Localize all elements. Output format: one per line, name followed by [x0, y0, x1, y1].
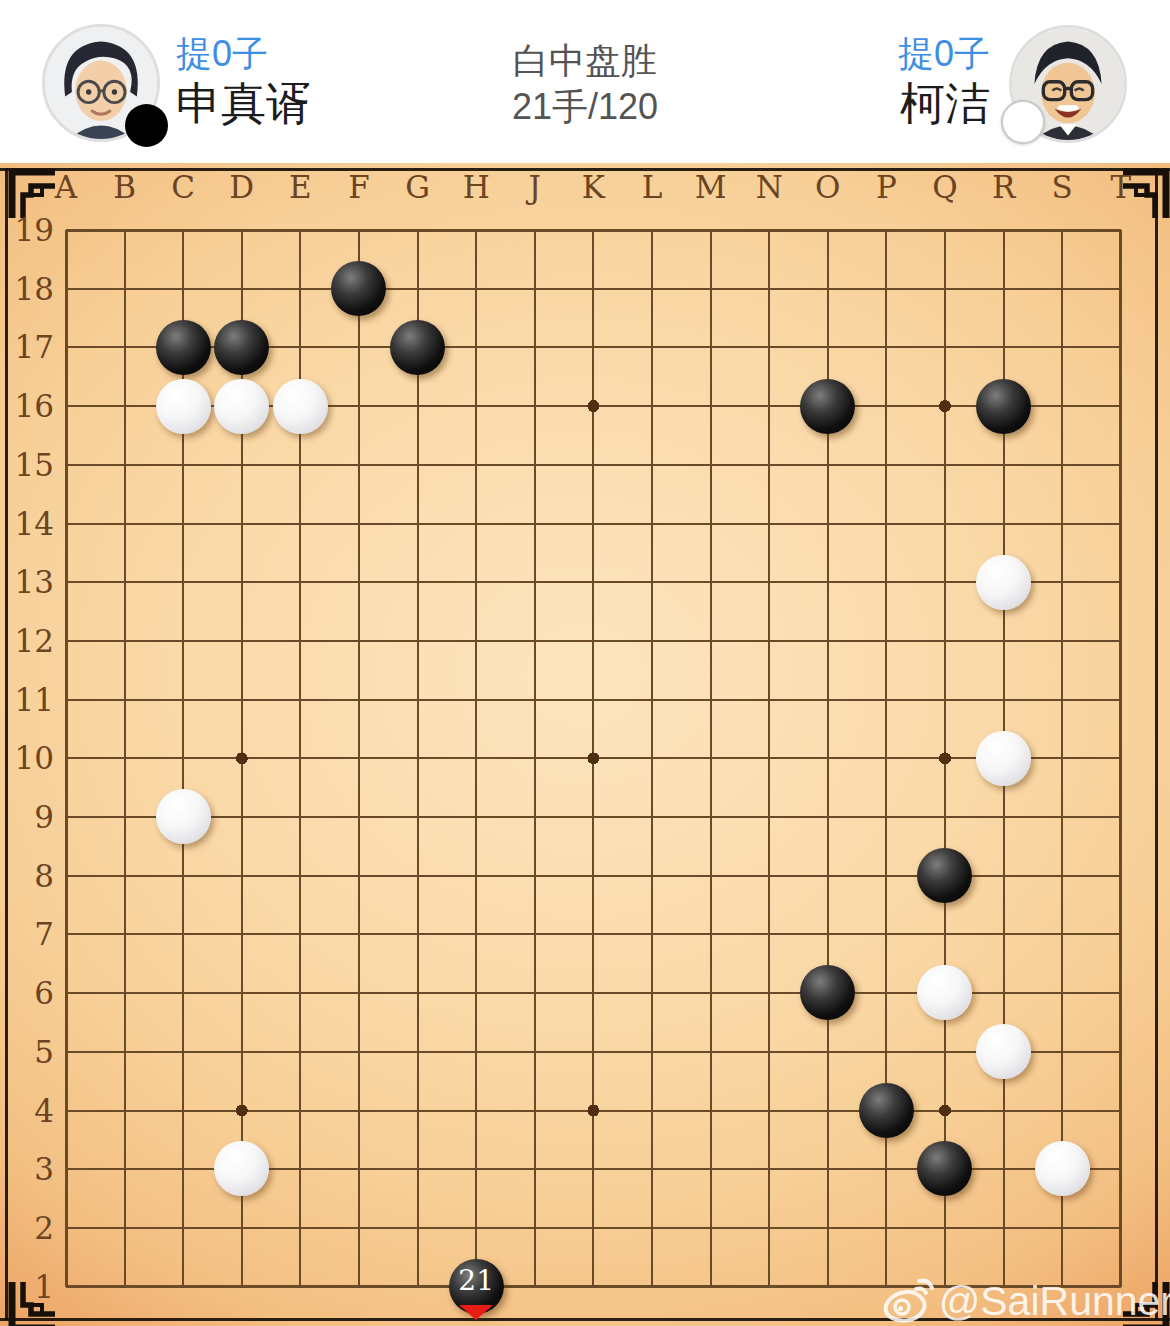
intersection-K17[interactable] — [564, 318, 623, 377]
intersection-G17[interactable] — [388, 318, 447, 377]
intersection-T2[interactable] — [1091, 1198, 1150, 1257]
intersection-H7[interactable] — [447, 905, 506, 964]
intersection-C13[interactable] — [154, 553, 213, 612]
intersection-S7[interactable] — [1033, 905, 1092, 964]
intersection-L11[interactable] — [623, 670, 682, 729]
intersection-R13[interactable] — [974, 553, 1033, 612]
intersection-P10[interactable] — [857, 729, 916, 788]
intersection-F16[interactable] — [330, 377, 389, 436]
intersection-O12[interactable] — [798, 611, 857, 670]
intersection-M13[interactable] — [681, 553, 740, 612]
intersection-K7[interactable] — [564, 905, 623, 964]
intersection-T19[interactable] — [1091, 201, 1150, 260]
intersection-S3[interactable] — [1033, 1140, 1092, 1199]
intersection-S9[interactable] — [1033, 788, 1092, 847]
intersection-F9[interactable] — [330, 788, 389, 847]
intersection-M16[interactable] — [681, 377, 740, 436]
intersection-L9[interactable] — [623, 788, 682, 847]
intersection-B5[interactable] — [95, 1022, 154, 1081]
intersection-L18[interactable] — [623, 259, 682, 318]
intersection-R8[interactable] — [974, 846, 1033, 905]
intersection-D18[interactable] — [212, 259, 271, 318]
intersection-M12[interactable] — [681, 611, 740, 670]
intersection-K1[interactable] — [564, 1257, 623, 1316]
intersection-Q16[interactable] — [916, 377, 975, 436]
intersection-A13[interactable] — [37, 553, 96, 612]
intersection-H6[interactable] — [447, 964, 506, 1023]
intersection-G13[interactable] — [388, 553, 447, 612]
intersection-C18[interactable] — [154, 259, 213, 318]
intersection-A15[interactable] — [37, 435, 96, 494]
intersection-G7[interactable] — [388, 905, 447, 964]
intersection-T16[interactable] — [1091, 377, 1150, 436]
intersection-L8[interactable] — [623, 846, 682, 905]
intersection-J5[interactable] — [505, 1022, 564, 1081]
intersection-Q3[interactable] — [916, 1140, 975, 1199]
intersection-O15[interactable] — [798, 435, 857, 494]
intersection-F5[interactable] — [330, 1022, 389, 1081]
intersection-G1[interactable] — [388, 1257, 447, 1316]
intersection-L5[interactable] — [623, 1022, 682, 1081]
intersection-A4[interactable] — [37, 1081, 96, 1140]
intersection-M11[interactable] — [681, 670, 740, 729]
intersection-L16[interactable] — [623, 377, 682, 436]
intersection-P12[interactable] — [857, 611, 916, 670]
intersection-H12[interactable] — [447, 611, 506, 670]
intersection-L4[interactable] — [623, 1081, 682, 1140]
intersection-J16[interactable] — [505, 377, 564, 436]
intersection-J1[interactable] — [505, 1257, 564, 1316]
intersection-C12[interactable] — [154, 611, 213, 670]
intersection-Q14[interactable] — [916, 494, 975, 553]
intersection-E2[interactable] — [271, 1198, 330, 1257]
intersection-R19[interactable] — [974, 201, 1033, 260]
intersection-O2[interactable] — [798, 1198, 857, 1257]
intersection-G9[interactable] — [388, 788, 447, 847]
intersection-O9[interactable] — [798, 788, 857, 847]
intersection-F15[interactable] — [330, 435, 389, 494]
intersection-C5[interactable] — [154, 1022, 213, 1081]
intersection-G3[interactable] — [388, 1140, 447, 1199]
intersection-Q12[interactable] — [916, 611, 975, 670]
intersection-B11[interactable] — [95, 670, 154, 729]
intersection-M7[interactable] — [681, 905, 740, 964]
intersection-E14[interactable] — [271, 494, 330, 553]
intersection-C9[interactable] — [154, 788, 213, 847]
intersection-B17[interactable] — [95, 318, 154, 377]
intersection-E1[interactable] — [271, 1257, 330, 1316]
intersection-N14[interactable] — [740, 494, 799, 553]
intersection-Q6[interactable] — [916, 964, 975, 1023]
intersection-H14[interactable] — [447, 494, 506, 553]
intersection-J7[interactable] — [505, 905, 564, 964]
intersection-O17[interactable] — [798, 318, 857, 377]
intersection-D15[interactable] — [212, 435, 271, 494]
intersection-D16[interactable] — [212, 377, 271, 436]
intersection-M15[interactable] — [681, 435, 740, 494]
intersection-L7[interactable] — [623, 905, 682, 964]
intersection-N16[interactable] — [740, 377, 799, 436]
intersection-C16[interactable] — [154, 377, 213, 436]
intersection-R18[interactable] — [974, 259, 1033, 318]
intersection-B6[interactable] — [95, 964, 154, 1023]
intersection-B7[interactable] — [95, 905, 154, 964]
intersection-L15[interactable] — [623, 435, 682, 494]
intersection-Q17[interactable] — [916, 318, 975, 377]
intersection-H17[interactable] — [447, 318, 506, 377]
intersection-B19[interactable] — [95, 201, 154, 260]
intersection-J8[interactable] — [505, 846, 564, 905]
intersection-L10[interactable] — [623, 729, 682, 788]
intersection-S18[interactable] — [1033, 259, 1092, 318]
intersection-B18[interactable] — [95, 259, 154, 318]
intersection-F19[interactable] — [330, 201, 389, 260]
intersection-P17[interactable] — [857, 318, 916, 377]
intersection-R14[interactable] — [974, 494, 1033, 553]
intersection-E9[interactable] — [271, 788, 330, 847]
intersection-R16[interactable] — [974, 377, 1033, 436]
intersection-O3[interactable] — [798, 1140, 857, 1199]
intersection-E11[interactable] — [271, 670, 330, 729]
intersection-O16[interactable] — [798, 377, 857, 436]
intersection-M9[interactable] — [681, 788, 740, 847]
intersection-P2[interactable] — [857, 1198, 916, 1257]
intersection-A18[interactable] — [37, 259, 96, 318]
intersection-N3[interactable] — [740, 1140, 799, 1199]
intersection-C15[interactable] — [154, 435, 213, 494]
intersection-N8[interactable] — [740, 846, 799, 905]
intersection-R6[interactable] — [974, 964, 1033, 1023]
intersection-E12[interactable] — [271, 611, 330, 670]
intersection-C3[interactable] — [154, 1140, 213, 1199]
intersection-C1[interactable] — [154, 1257, 213, 1316]
intersection-P7[interactable] — [857, 905, 916, 964]
intersection-E13[interactable] — [271, 553, 330, 612]
intersection-H15[interactable] — [447, 435, 506, 494]
intersection-B13[interactable] — [95, 553, 154, 612]
intersection-O11[interactable] — [798, 670, 857, 729]
intersection-F10[interactable] — [330, 729, 389, 788]
intersection-O6[interactable] — [798, 964, 857, 1023]
intersection-K16[interactable] — [564, 377, 623, 436]
intersection-L1[interactable] — [623, 1257, 682, 1316]
intersection-G2[interactable] — [388, 1198, 447, 1257]
intersection-N13[interactable] — [740, 553, 799, 612]
intersection-T14[interactable] — [1091, 494, 1150, 553]
intersection-A8[interactable] — [37, 846, 96, 905]
intersection-H1[interactable]: 21 — [447, 1257, 506, 1316]
intersection-O13[interactable] — [798, 553, 857, 612]
intersection-N17[interactable] — [740, 318, 799, 377]
intersection-M10[interactable] — [681, 729, 740, 788]
intersection-K18[interactable] — [564, 259, 623, 318]
intersection-R11[interactable] — [974, 670, 1033, 729]
intersection-J13[interactable] — [505, 553, 564, 612]
intersection-A14[interactable] — [37, 494, 96, 553]
intersection-F4[interactable] — [330, 1081, 389, 1140]
intersection-C14[interactable] — [154, 494, 213, 553]
intersection-R10[interactable] — [974, 729, 1033, 788]
intersection-K12[interactable] — [564, 611, 623, 670]
intersection-H13[interactable] — [447, 553, 506, 612]
intersection-R15[interactable] — [974, 435, 1033, 494]
intersection-S10[interactable] — [1033, 729, 1092, 788]
intersection-J3[interactable] — [505, 1140, 564, 1199]
intersection-J14[interactable] — [505, 494, 564, 553]
intersection-L13[interactable] — [623, 553, 682, 612]
intersection-J17[interactable] — [505, 318, 564, 377]
intersection-O18[interactable] — [798, 259, 857, 318]
intersection-O19[interactable] — [798, 201, 857, 260]
intersection-P11[interactable] — [857, 670, 916, 729]
intersection-L12[interactable] — [623, 611, 682, 670]
intersection-Q5[interactable] — [916, 1022, 975, 1081]
intersection-K5[interactable] — [564, 1022, 623, 1081]
intersection-F6[interactable] — [330, 964, 389, 1023]
intersection-E4[interactable] — [271, 1081, 330, 1140]
intersection-G15[interactable] — [388, 435, 447, 494]
intersection-M14[interactable] — [681, 494, 740, 553]
intersection-K6[interactable] — [564, 964, 623, 1023]
intersection-O14[interactable] — [798, 494, 857, 553]
intersection-Q18[interactable] — [916, 259, 975, 318]
intersection-E10[interactable] — [271, 729, 330, 788]
intersection-D2[interactable] — [212, 1198, 271, 1257]
intersection-T9[interactable] — [1091, 788, 1150, 847]
intersection-H3[interactable] — [447, 1140, 506, 1199]
intersection-J18[interactable] — [505, 259, 564, 318]
intersection-K13[interactable] — [564, 553, 623, 612]
intersection-B4[interactable] — [95, 1081, 154, 1140]
intersection-G18[interactable] — [388, 259, 447, 318]
intersection-Q7[interactable] — [916, 905, 975, 964]
intersection-P6[interactable] — [857, 964, 916, 1023]
intersection-J9[interactable] — [505, 788, 564, 847]
intersection-P13[interactable] — [857, 553, 916, 612]
intersection-B9[interactable] — [95, 788, 154, 847]
intersection-Q19[interactable] — [916, 201, 975, 260]
intersection-E6[interactable] — [271, 964, 330, 1023]
intersection-N10[interactable] — [740, 729, 799, 788]
intersection-H11[interactable] — [447, 670, 506, 729]
intersection-O10[interactable] — [798, 729, 857, 788]
intersection-E15[interactable] — [271, 435, 330, 494]
intersection-G5[interactable] — [388, 1022, 447, 1081]
intersection-L2[interactable] — [623, 1198, 682, 1257]
intersection-A5[interactable] — [37, 1022, 96, 1081]
intersection-R5[interactable] — [974, 1022, 1033, 1081]
intersection-T17[interactable] — [1091, 318, 1150, 377]
intersection-B14[interactable] — [95, 494, 154, 553]
intersection-M4[interactable] — [681, 1081, 740, 1140]
intersection-D11[interactable] — [212, 670, 271, 729]
intersection-A6[interactable] — [37, 964, 96, 1023]
intersection-J15[interactable] — [505, 435, 564, 494]
intersection-K4[interactable] — [564, 1081, 623, 1140]
intersection-F8[interactable] — [330, 846, 389, 905]
intersection-O8[interactable] — [798, 846, 857, 905]
intersection-S19[interactable] — [1033, 201, 1092, 260]
intersection-T12[interactable] — [1091, 611, 1150, 670]
intersection-T5[interactable] — [1091, 1022, 1150, 1081]
intersection-B3[interactable] — [95, 1140, 154, 1199]
intersection-S15[interactable] — [1033, 435, 1092, 494]
intersection-G11[interactable] — [388, 670, 447, 729]
intersection-Q4[interactable] — [916, 1081, 975, 1140]
intersection-D8[interactable] — [212, 846, 271, 905]
intersection-M18[interactable] — [681, 259, 740, 318]
intersection-D19[interactable] — [212, 201, 271, 260]
intersection-D3[interactable] — [212, 1140, 271, 1199]
intersection-E17[interactable] — [271, 318, 330, 377]
intersection-K15[interactable] — [564, 435, 623, 494]
intersection-K19[interactable] — [564, 201, 623, 260]
intersection-A1[interactable] — [37, 1257, 96, 1316]
intersection-Q9[interactable] — [916, 788, 975, 847]
intersection-K11[interactable] — [564, 670, 623, 729]
intersection-N6[interactable] — [740, 964, 799, 1023]
intersection-J2[interactable] — [505, 1198, 564, 1257]
intersection-R4[interactable] — [974, 1081, 1033, 1140]
intersection-O4[interactable] — [798, 1081, 857, 1140]
intersection-G19[interactable] — [388, 201, 447, 260]
intersection-J19[interactable] — [505, 201, 564, 260]
intersection-O5[interactable] — [798, 1022, 857, 1081]
intersection-P16[interactable] — [857, 377, 916, 436]
intersection-S14[interactable] — [1033, 494, 1092, 553]
intersection-R17[interactable] — [974, 318, 1033, 377]
intersection-K3[interactable] — [564, 1140, 623, 1199]
intersection-J11[interactable] — [505, 670, 564, 729]
intersection-D6[interactable] — [212, 964, 271, 1023]
intersection-P18[interactable] — [857, 259, 916, 318]
intersection-D14[interactable] — [212, 494, 271, 553]
intersection-D9[interactable] — [212, 788, 271, 847]
intersection-B1[interactable] — [95, 1257, 154, 1316]
intersection-R3[interactable] — [974, 1140, 1033, 1199]
intersection-C6[interactable] — [154, 964, 213, 1023]
intersection-Q15[interactable] — [916, 435, 975, 494]
intersection-T15[interactable] — [1091, 435, 1150, 494]
intersection-E5[interactable] — [271, 1022, 330, 1081]
intersection-T18[interactable] — [1091, 259, 1150, 318]
intersection-G8[interactable] — [388, 846, 447, 905]
intersection-F3[interactable] — [330, 1140, 389, 1199]
intersection-C17[interactable] — [154, 318, 213, 377]
intersection-F2[interactable] — [330, 1198, 389, 1257]
intersection-H9[interactable] — [447, 788, 506, 847]
intersection-E7[interactable] — [271, 905, 330, 964]
intersection-N5[interactable] — [740, 1022, 799, 1081]
intersection-G12[interactable] — [388, 611, 447, 670]
intersection-A9[interactable] — [37, 788, 96, 847]
intersection-N9[interactable] — [740, 788, 799, 847]
intersection-N7[interactable] — [740, 905, 799, 964]
intersection-T8[interactable] — [1091, 846, 1150, 905]
intersection-K2[interactable] — [564, 1198, 623, 1257]
intersection-C8[interactable] — [154, 846, 213, 905]
intersection-Q13[interactable] — [916, 553, 975, 612]
intersection-F13[interactable] — [330, 553, 389, 612]
intersection-A11[interactable] — [37, 670, 96, 729]
intersection-H10[interactable] — [447, 729, 506, 788]
intersection-H5[interactable] — [447, 1022, 506, 1081]
intersection-T13[interactable] — [1091, 553, 1150, 612]
intersection-H18[interactable] — [447, 259, 506, 318]
intersection-T3[interactable] — [1091, 1140, 1150, 1199]
intersection-N11[interactable] — [740, 670, 799, 729]
intersection-B2[interactable] — [95, 1198, 154, 1257]
intersection-A16[interactable] — [37, 377, 96, 436]
intersection-R12[interactable] — [974, 611, 1033, 670]
intersection-L19[interactable] — [623, 201, 682, 260]
intersection-Q10[interactable] — [916, 729, 975, 788]
intersection-B10[interactable] — [95, 729, 154, 788]
intersection-E18[interactable] — [271, 259, 330, 318]
intersection-D5[interactable] — [212, 1022, 271, 1081]
intersection-T10[interactable] — [1091, 729, 1150, 788]
intersection-D4[interactable] — [212, 1081, 271, 1140]
intersection-S16[interactable] — [1033, 377, 1092, 436]
intersection-H8[interactable] — [447, 846, 506, 905]
intersection-Q8[interactable] — [916, 846, 975, 905]
intersection-J4[interactable] — [505, 1081, 564, 1140]
intersection-T7[interactable] — [1091, 905, 1150, 964]
intersection-Q11[interactable] — [916, 670, 975, 729]
intersection-D7[interactable] — [212, 905, 271, 964]
intersection-S13[interactable] — [1033, 553, 1092, 612]
intersection-F11[interactable] — [330, 670, 389, 729]
intersection-T4[interactable] — [1091, 1081, 1150, 1140]
intersection-P8[interactable] — [857, 846, 916, 905]
intersection-H2[interactable] — [447, 1198, 506, 1257]
intersection-M19[interactable] — [681, 201, 740, 260]
intersection-O1[interactable] — [798, 1257, 857, 1316]
intersection-L17[interactable] — [623, 318, 682, 377]
intersection-K14[interactable] — [564, 494, 623, 553]
intersection-A2[interactable] — [37, 1198, 96, 1257]
intersection-N1[interactable] — [740, 1257, 799, 1316]
intersection-H4[interactable] — [447, 1081, 506, 1140]
intersection-L3[interactable] — [623, 1140, 682, 1199]
intersection-H19[interactable] — [447, 201, 506, 260]
intersection-S6[interactable] — [1033, 964, 1092, 1023]
intersection-B12[interactable] — [95, 611, 154, 670]
intersection-L6[interactable] — [623, 964, 682, 1023]
intersection-A12[interactable] — [37, 611, 96, 670]
intersection-F18[interactable] — [330, 259, 389, 318]
intersection-R2[interactable] — [974, 1198, 1033, 1257]
intersection-J6[interactable] — [505, 964, 564, 1023]
intersection-C2[interactable] — [154, 1198, 213, 1257]
intersection-G10[interactable] — [388, 729, 447, 788]
intersection-H16[interactable] — [447, 377, 506, 436]
intersection-L14[interactable] — [623, 494, 682, 553]
intersection-M17[interactable] — [681, 318, 740, 377]
intersection-S2[interactable] — [1033, 1198, 1092, 1257]
intersection-P5[interactable] — [857, 1022, 916, 1081]
intersection-N12[interactable] — [740, 611, 799, 670]
intersection-A10[interactable] — [37, 729, 96, 788]
intersection-T11[interactable] — [1091, 670, 1150, 729]
intersection-G6[interactable] — [388, 964, 447, 1023]
intersection-P4[interactable] — [857, 1081, 916, 1140]
intersection-M5[interactable] — [681, 1022, 740, 1081]
intersection-A17[interactable] — [37, 318, 96, 377]
intersection-F17[interactable] — [330, 318, 389, 377]
intersection-M1[interactable] — [681, 1257, 740, 1316]
intersection-P19[interactable] — [857, 201, 916, 260]
